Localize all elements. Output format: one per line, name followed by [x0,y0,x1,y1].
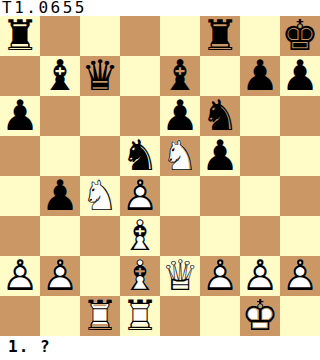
piece-glyph: ♟︎ [40,176,80,216]
square-a5[interactable] [0,136,40,176]
square-d2[interactable]: ♝︎♗︎ [120,256,160,296]
square-e1[interactable] [160,296,200,336]
square-f3[interactable] [200,216,240,256]
piece-white-pawn[interactable]: ♟︎♙︎ [0,256,40,296]
piece-black-knight[interactable]: ♞︎ [200,96,240,136]
piece-white-rook[interactable]: ♜︎♖︎ [120,296,160,336]
square-d5[interactable]: ♞︎ [120,136,160,176]
square-g6[interactable] [240,96,280,136]
square-g2[interactable]: ♟︎♙︎ [240,256,280,296]
square-d6[interactable] [120,96,160,136]
square-b8[interactable] [40,16,80,56]
piece-glyph-outline: ♗︎ [120,256,160,296]
piece-white-pawn[interactable]: ♟︎♙︎ [120,176,160,216]
square-d7[interactable] [120,56,160,96]
piece-glyph: ♚︎ [280,16,320,56]
piece-black-king[interactable]: ♚︎ [280,16,320,56]
piece-white-bishop[interactable]: ♝︎♗︎ [120,216,160,256]
piece-black-pawn[interactable]: ♟︎ [0,96,40,136]
square-b1[interactable] [40,296,80,336]
square-f7[interactable] [200,56,240,96]
square-f1[interactable] [200,296,240,336]
square-b7[interactable]: ♝︎ [40,56,80,96]
square-h1[interactable] [280,296,320,336]
square-c1[interactable]: ♜︎♖︎ [80,296,120,336]
piece-glyph: ♜︎ [0,16,40,56]
piece-black-bishop[interactable]: ♝︎ [160,56,200,96]
piece-black-pawn[interactable]: ♟︎ [160,96,200,136]
square-h3[interactable] [280,216,320,256]
piece-glyph-outline: ♖︎ [120,296,160,336]
piece-glyph: ♟︎ [0,96,40,136]
square-a3[interactable] [0,216,40,256]
square-e5[interactable]: ♞︎♘︎ [160,136,200,176]
square-e3[interactable] [160,216,200,256]
piece-glyph-outline: ♘︎ [80,176,120,216]
piece-glyph-outline: ♖︎ [80,296,120,336]
square-g5[interactable] [240,136,280,176]
piece-glyph-outline: ♙︎ [120,176,160,216]
piece-glyph-outline: ♘︎ [160,136,200,176]
square-h7[interactable]: ♟︎ [280,56,320,96]
square-a8[interactable]: ♜︎ [0,16,40,56]
piece-glyph: ♝︎ [160,56,200,96]
piece-black-bishop[interactable]: ♝︎ [40,56,80,96]
square-h6[interactable] [280,96,320,136]
square-f8[interactable]: ♜︎ [200,16,240,56]
piece-black-pawn[interactable]: ♟︎ [240,56,280,96]
square-e2[interactable]: ♛︎♕︎ [160,256,200,296]
piece-glyph: ♛︎ [80,56,120,96]
piece-black-rook[interactable]: ♜︎ [200,16,240,56]
square-h8[interactable]: ♚︎ [280,16,320,56]
square-b6[interactable] [40,96,80,136]
square-e7[interactable]: ♝︎ [160,56,200,96]
puzzle-page: T1.0655 ♜︎♜︎♚︎♝︎♛︎♝︎♟︎♟︎♟︎♟︎♞︎♞︎♞︎♘︎♟︎♟︎… [0,0,320,360]
move-prompt: 1. ? [8,337,51,356]
square-a4[interactable] [0,176,40,216]
piece-glyph-outline: ♗︎ [120,216,160,256]
square-a2[interactable]: ♟︎♙︎ [0,256,40,296]
square-c6[interactable] [80,96,120,136]
piece-white-pawn[interactable]: ♟︎♙︎ [280,256,320,296]
piece-white-knight[interactable]: ♞︎♘︎ [160,136,200,176]
square-g7[interactable]: ♟︎ [240,56,280,96]
piece-white-pawn[interactable]: ♟︎♙︎ [200,256,240,296]
square-f6[interactable]: ♞︎ [200,96,240,136]
piece-glyph-outline: ♔︎ [240,296,280,336]
square-g3[interactable] [240,216,280,256]
square-g8[interactable] [240,16,280,56]
square-f2[interactable]: ♟︎♙︎ [200,256,240,296]
piece-black-knight[interactable]: ♞︎ [120,136,160,176]
piece-glyph: ♜︎ [200,16,240,56]
square-e8[interactable] [160,16,200,56]
square-c3[interactable] [80,216,120,256]
square-a6[interactable]: ♟︎ [0,96,40,136]
square-c7[interactable]: ♛︎ [80,56,120,96]
piece-glyph-outline: ♙︎ [200,256,240,296]
square-b2[interactable]: ♟︎♙︎ [40,256,80,296]
square-d1[interactable]: ♜︎♖︎ [120,296,160,336]
square-d4[interactable]: ♟︎♙︎ [120,176,160,216]
piece-glyph-outline: ♙︎ [240,256,280,296]
square-c4[interactable]: ♞︎♘︎ [80,176,120,216]
piece-white-queen[interactable]: ♛︎♕︎ [160,256,200,296]
square-c2[interactable] [80,256,120,296]
piece-glyph-outline: ♙︎ [0,256,40,296]
piece-white-pawn[interactable]: ♟︎♙︎ [40,256,80,296]
piece-black-pawn[interactable]: ♟︎ [280,56,320,96]
square-f5[interactable]: ♟︎ [200,136,240,176]
piece-glyph: ♟︎ [160,96,200,136]
square-g1[interactable]: ♚︎♔︎ [240,296,280,336]
piece-glyph: ♟︎ [240,56,280,96]
piece-black-rook[interactable]: ♜︎ [0,16,40,56]
piece-glyph-outline: ♕︎ [160,256,200,296]
piece-glyph: ♟︎ [200,136,240,176]
piece-glyph-outline: ♙︎ [40,256,80,296]
piece-white-king[interactable]: ♚︎♔︎ [240,296,280,336]
piece-black-queen[interactable]: ♛︎ [80,56,120,96]
square-d8[interactable] [120,16,160,56]
piece-black-pawn[interactable]: ♟︎ [200,136,240,176]
piece-white-pawn[interactable]: ♟︎♙︎ [240,256,280,296]
square-b3[interactable] [40,216,80,256]
piece-white-bishop[interactable]: ♝︎♗︎ [120,256,160,296]
piece-white-knight[interactable]: ♞︎♘︎ [80,176,120,216]
chess-board: ♜︎♜︎♚︎♝︎♛︎♝︎♟︎♟︎♟︎♟︎♞︎♞︎♞︎♘︎♟︎♟︎♞︎♘︎♟︎♙︎… [0,16,320,336]
square-g4[interactable] [240,176,280,216]
piece-white-rook[interactable]: ♜︎♖︎ [80,296,120,336]
square-h2[interactable]: ♟︎♙︎ [280,256,320,296]
square-b4[interactable]: ♟︎ [40,176,80,216]
square-e6[interactable]: ♟︎ [160,96,200,136]
square-a7[interactable] [0,56,40,96]
square-c8[interactable] [80,16,120,56]
square-f4[interactable] [200,176,240,216]
piece-glyph: ♞︎ [200,96,240,136]
piece-glyph-outline: ♙︎ [280,256,320,296]
piece-glyph: ♞︎ [120,136,160,176]
piece-glyph: ♟︎ [280,56,320,96]
square-b5[interactable] [40,136,80,176]
square-c5[interactable] [80,136,120,176]
square-d3[interactable]: ♝︎♗︎ [120,216,160,256]
square-h5[interactable] [280,136,320,176]
square-a1[interactable] [0,296,40,336]
piece-glyph: ♝︎ [40,56,80,96]
piece-black-pawn[interactable]: ♟︎ [40,176,80,216]
square-h4[interactable] [280,176,320,216]
square-e4[interactable] [160,176,200,216]
